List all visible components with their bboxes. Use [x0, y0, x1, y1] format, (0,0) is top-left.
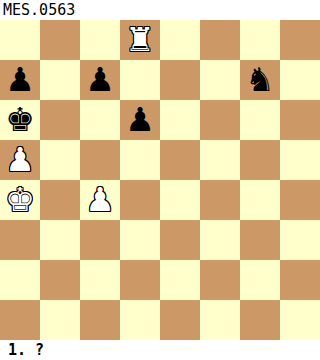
square-f8[interactable]	[200, 20, 240, 60]
square-c6[interactable]	[80, 100, 120, 140]
square-e2[interactable]	[160, 260, 200, 300]
black-king-icon: ♚	[5, 100, 35, 140]
square-b7[interactable]	[40, 60, 80, 100]
white-pawn-icon: ♟	[5, 140, 35, 180]
square-g4[interactable]	[240, 180, 280, 220]
square-f4[interactable]	[200, 180, 240, 220]
square-b6[interactable]	[40, 100, 80, 140]
white-rook-icon: ♜	[125, 20, 155, 60]
square-f6[interactable]	[200, 100, 240, 140]
square-d5[interactable]	[120, 140, 160, 180]
puzzle-id-label: MES.0563	[0, 0, 320, 20]
square-e3[interactable]	[160, 220, 200, 260]
square-h2[interactable]	[280, 260, 320, 300]
white-pawn-icon: ♟	[85, 180, 115, 220]
square-g1[interactable]	[240, 300, 280, 340]
square-e6[interactable]	[160, 100, 200, 140]
square-b4[interactable]	[40, 180, 80, 220]
square-h1[interactable]	[280, 300, 320, 340]
square-a7[interactable]: ♟	[0, 60, 40, 100]
square-h4[interactable]	[280, 180, 320, 220]
square-a3[interactable]	[0, 220, 40, 260]
square-f7[interactable]	[200, 60, 240, 100]
black-pawn-icon: ♟	[85, 60, 115, 100]
white-king-icon: ♚	[5, 180, 35, 220]
square-b3[interactable]	[40, 220, 80, 260]
chess-puzzle-window: MES.0563 ♜♟♟♞♚♟♟♚♟ 1. ?	[0, 0, 320, 360]
square-a5[interactable]: ♟	[0, 140, 40, 180]
square-c7[interactable]: ♟	[80, 60, 120, 100]
square-c4[interactable]: ♟	[80, 180, 120, 220]
move-prompt-label: 1. ?	[0, 340, 320, 360]
square-g8[interactable]	[240, 20, 280, 60]
square-f5[interactable]	[200, 140, 240, 180]
chess-board: ♜♟♟♞♚♟♟♚♟	[0, 20, 320, 340]
square-d7[interactable]	[120, 60, 160, 100]
square-e4[interactable]	[160, 180, 200, 220]
square-f1[interactable]	[200, 300, 240, 340]
square-b5[interactable]	[40, 140, 80, 180]
square-h8[interactable]	[280, 20, 320, 60]
square-c1[interactable]	[80, 300, 120, 340]
square-g3[interactable]	[240, 220, 280, 260]
square-a2[interactable]	[0, 260, 40, 300]
square-h6[interactable]	[280, 100, 320, 140]
square-h3[interactable]	[280, 220, 320, 260]
square-h7[interactable]	[280, 60, 320, 100]
square-a6[interactable]: ♚	[0, 100, 40, 140]
square-c2[interactable]	[80, 260, 120, 300]
square-a4[interactable]: ♚	[0, 180, 40, 220]
square-c5[interactable]	[80, 140, 120, 180]
square-c8[interactable]	[80, 20, 120, 60]
square-c3[interactable]	[80, 220, 120, 260]
square-g2[interactable]	[240, 260, 280, 300]
square-b2[interactable]	[40, 260, 80, 300]
square-h5[interactable]	[280, 140, 320, 180]
square-e1[interactable]	[160, 300, 200, 340]
black-pawn-icon: ♟	[125, 100, 155, 140]
black-knight-icon: ♞	[245, 60, 275, 100]
square-d6[interactable]: ♟	[120, 100, 160, 140]
square-d8[interactable]: ♜	[120, 20, 160, 60]
square-f2[interactable]	[200, 260, 240, 300]
square-e5[interactable]	[160, 140, 200, 180]
square-b8[interactable]	[40, 20, 80, 60]
square-d4[interactable]	[120, 180, 160, 220]
square-d2[interactable]	[120, 260, 160, 300]
square-b1[interactable]	[40, 300, 80, 340]
square-a1[interactable]	[0, 300, 40, 340]
square-g5[interactable]	[240, 140, 280, 180]
square-a8[interactable]	[0, 20, 40, 60]
square-e7[interactable]	[160, 60, 200, 100]
square-e8[interactable]	[160, 20, 200, 60]
square-d3[interactable]	[120, 220, 160, 260]
black-pawn-icon: ♟	[5, 60, 35, 100]
square-d1[interactable]	[120, 300, 160, 340]
square-f3[interactable]	[200, 220, 240, 260]
square-g7[interactable]: ♞	[240, 60, 280, 100]
square-g6[interactable]	[240, 100, 280, 140]
